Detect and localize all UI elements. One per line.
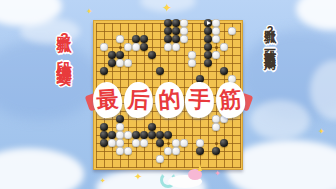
black-stone bbox=[108, 51, 116, 59]
right-title: 野狐2段第一百五十四局 bbox=[261, 21, 278, 52]
sparkle-star-icon: ✦ bbox=[214, 170, 221, 178]
white-stone bbox=[212, 123, 220, 131]
white-stone bbox=[164, 147, 172, 155]
banner-bubble: 筋 bbox=[215, 81, 246, 119]
white-stone bbox=[116, 139, 124, 147]
white-stone bbox=[124, 131, 132, 139]
banner-char: 最 bbox=[96, 88, 119, 111]
banner-char: 手 bbox=[188, 88, 211, 111]
black-stone bbox=[220, 139, 228, 147]
black-stone bbox=[220, 67, 228, 75]
banner-bubble: 后 bbox=[123, 81, 154, 118]
white-stone bbox=[180, 19, 188, 27]
white-stone bbox=[180, 35, 188, 43]
white-stone bbox=[180, 139, 188, 147]
black-stone bbox=[132, 35, 140, 43]
black-stone bbox=[204, 35, 212, 43]
black-stone bbox=[148, 51, 156, 59]
black-stone bbox=[108, 59, 116, 67]
white-stone bbox=[124, 59, 132, 67]
star-point bbox=[215, 46, 218, 49]
black-stone bbox=[164, 19, 172, 27]
banner-bubble: 手 bbox=[184, 81, 215, 118]
star-point bbox=[119, 46, 122, 49]
white-stone bbox=[164, 43, 172, 51]
thumbnail-root: 野狐2段缠绕进攻 野狐2段第一百五十四局 最 后 的 手 筋 ✦ ✦ ✦ ✦ ✦… bbox=[0, 0, 336, 189]
black-stone bbox=[172, 35, 180, 43]
white-stone bbox=[116, 59, 124, 67]
white-stone bbox=[196, 139, 204, 147]
banner-char: 后 bbox=[127, 88, 150, 111]
white-stone bbox=[156, 155, 164, 163]
banner-bubble: 的 bbox=[153, 81, 184, 119]
star-point bbox=[215, 142, 218, 145]
black-stone bbox=[140, 131, 148, 139]
black-stone bbox=[196, 147, 204, 155]
white-stone bbox=[188, 59, 196, 67]
banner-char: 筋 bbox=[219, 88, 242, 111]
black-stone bbox=[156, 67, 164, 75]
white-stone bbox=[100, 43, 108, 51]
black-stone bbox=[116, 51, 124, 59]
white-stone bbox=[172, 147, 180, 155]
unicorn-horn-icon bbox=[198, 164, 202, 171]
black-stone bbox=[148, 131, 156, 139]
black-stone bbox=[204, 43, 212, 51]
black-stone bbox=[212, 147, 220, 155]
white-stone bbox=[116, 35, 124, 43]
black-stone bbox=[156, 139, 164, 147]
sparkle-star-icon: ✦ bbox=[134, 172, 142, 182]
sparkle-star-icon: ✦ bbox=[318, 128, 325, 136]
cloud bbox=[0, 148, 84, 189]
cloud bbox=[250, 100, 310, 140]
white-stone bbox=[212, 19, 220, 27]
black-stone bbox=[132, 131, 140, 139]
white-stone bbox=[228, 27, 236, 35]
white-stone bbox=[132, 43, 140, 51]
white-stone bbox=[212, 51, 220, 59]
banner: 最 后 的 手 筋 bbox=[93, 82, 245, 118]
white-stone bbox=[132, 139, 140, 147]
black-stone bbox=[204, 59, 212, 67]
black-stone bbox=[204, 27, 212, 35]
black-stone bbox=[156, 131, 164, 139]
black-stone bbox=[140, 35, 148, 43]
white-stone bbox=[172, 43, 180, 51]
sky-shade bbox=[0, 40, 100, 120]
banner-bubble: 最 bbox=[92, 81, 123, 119]
white-stone bbox=[140, 139, 148, 147]
white-stone bbox=[220, 43, 228, 51]
white-stone bbox=[180, 27, 188, 35]
sparkle-star-icon: ✦ bbox=[100, 178, 106, 185]
white-stone bbox=[116, 123, 124, 131]
black-stone bbox=[100, 123, 108, 131]
cloud bbox=[296, 0, 336, 30]
white-stone bbox=[124, 147, 132, 155]
black-stone bbox=[164, 131, 172, 139]
black-stone bbox=[204, 51, 212, 59]
black-stone bbox=[164, 35, 172, 43]
white-stone bbox=[188, 51, 196, 59]
black-stone bbox=[172, 19, 180, 27]
black-stone bbox=[100, 131, 108, 139]
white-stone bbox=[116, 131, 124, 139]
black-stone bbox=[164, 27, 172, 35]
black-stone bbox=[148, 123, 156, 131]
black-stone bbox=[140, 43, 148, 51]
sparkle-star-icon: ✦ bbox=[86, 8, 93, 16]
black-stone bbox=[100, 67, 108, 75]
black-stone bbox=[100, 139, 108, 147]
white-stone bbox=[212, 35, 220, 43]
last-move-triangle-marker bbox=[207, 21, 211, 25]
white-stone bbox=[124, 43, 132, 51]
white-stone bbox=[116, 147, 124, 155]
star-point bbox=[167, 142, 170, 145]
black-stone bbox=[108, 131, 116, 139]
white-stone bbox=[108, 139, 116, 147]
banner-char: 的 bbox=[157, 88, 180, 111]
white-stone bbox=[212, 27, 220, 35]
left-title: 野狐2段缠绕进攻 bbox=[54, 24, 73, 61]
white-stone bbox=[172, 139, 180, 147]
black-stone bbox=[172, 27, 180, 35]
sparkle-star-icon: ✦ bbox=[162, 2, 172, 14]
